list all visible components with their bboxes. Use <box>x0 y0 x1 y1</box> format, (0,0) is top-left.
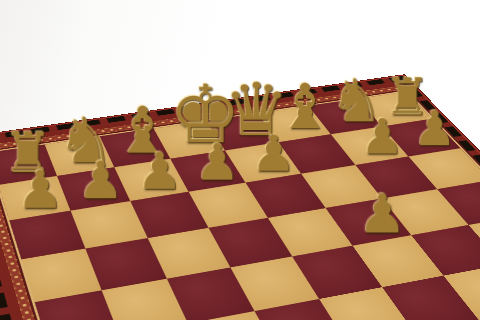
black-pawn-b7[interactable]: ♟ <box>353 112 411 161</box>
black-pawn-c5[interactable]: ♟ <box>350 186 414 240</box>
black-pawn-d7[interactable]: ♟ <box>244 128 303 178</box>
black-pawn-h7[interactable]: ♟ <box>9 163 71 215</box>
black-pawn-a7[interactable]: ♟ <box>406 104 463 152</box>
white-pawn-c2[interactable]: ♟ <box>447 314 480 320</box>
square-h7[interactable]: ♟ <box>0 176 71 220</box>
black-pawn-f7[interactable]: ♟ <box>129 145 190 196</box>
gold-filigree-border: ♜♞♝♚♛♝♞♜♟♟♟♟♟♟♟♟♟♟♟♟♟♟♟♟♜♞♝♚♛♝♞♜ <box>0 86 480 320</box>
leather-stitched-frame: ♜♞♝♚♛♝♞♜♟♟♟♟♟♟♟♟♟♟♟♟♟♟♟♟♜♞♝♚♛♝♞♜ <box>0 76 480 320</box>
chess-board: ♜♞♝♚♛♝♞♜♟♟♟♟♟♟♟♟♟♟♟♟♟♟♟♟♜♞♝♚♛♝♞♜ <box>0 76 480 320</box>
square-c5[interactable]: ♟ <box>326 199 412 246</box>
black-pawn-g7[interactable]: ♟ <box>70 154 132 206</box>
black-pawn-e7[interactable]: ♟ <box>187 137 247 188</box>
square-g5[interactable] <box>85 238 167 290</box>
product-photo-scene: ♜♞♝♚♛♝♞♜♟♟♟♟♟♟♟♟♟♟♟♟♟♟♟♟♜♞♝♚♛♝♞♜ <box>0 0 480 320</box>
chessboard-grid: ♜♞♝♚♛♝♞♜♟♟♟♟♟♟♟♟♟♟♟♟♟♟♟♟♜♞♝♚♛♝♞♜ <box>0 92 480 320</box>
